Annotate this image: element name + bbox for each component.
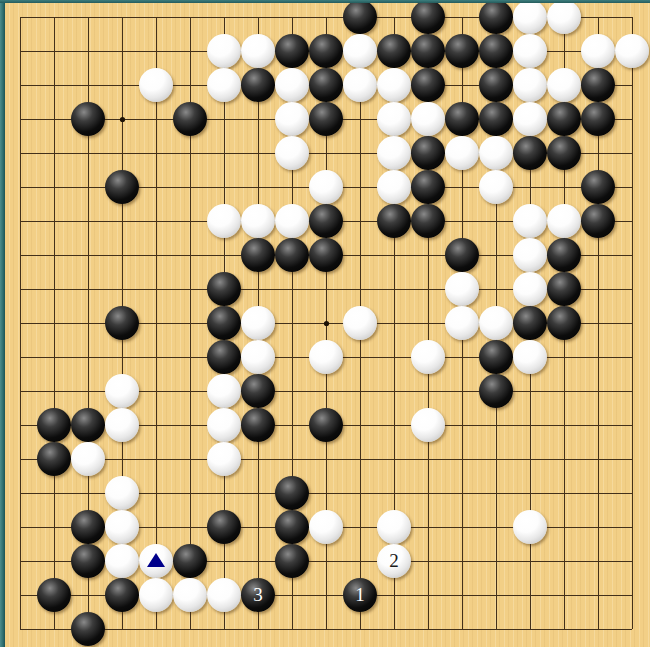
white-stone-J17[interactable] [275,68,309,102]
white-stone-H18[interactable] [241,34,275,68]
black-stone-C3[interactable] [71,544,105,578]
black-stone-N17[interactable] [411,68,445,102]
black-stone-R10[interactable] [547,306,581,340]
black-stone-N15[interactable] [411,136,445,170]
white-stone-J13[interactable] [275,204,309,238]
white-stone-R19[interactable] [547,0,581,34]
black-stone-F3[interactable] [173,544,207,578]
black-stone-C7[interactable] [71,408,105,442]
black-stone-P17[interactable] [479,68,513,102]
black-stone-M18[interactable] [377,34,411,68]
white-stone-M16[interactable] [377,102,411,136]
white-stone-O11[interactable] [445,272,479,306]
white-stone-G6[interactable] [207,442,241,476]
black-stone-M13[interactable] [377,204,411,238]
black-stone-J12[interactable] [275,238,309,272]
white-stone-Q4[interactable] [513,510,547,544]
white-stone-G18[interactable] [207,34,241,68]
black-stone-H17[interactable] [241,68,275,102]
white-stone-H9[interactable] [241,340,275,374]
black-stone-B6[interactable] [37,442,71,476]
white-stone-D8[interactable] [105,374,139,408]
board-left-edge-strip [0,0,5,647]
white-stone-L10[interactable] [343,306,377,340]
star-point-K10 [324,321,329,326]
white-stone-Q16[interactable] [513,102,547,136]
white-stone-J16[interactable] [275,102,309,136]
white-stone-E2[interactable] [139,578,173,612]
white-stone-H13[interactable] [241,204,275,238]
black-stone-G9[interactable] [207,340,241,374]
white-stone-D5[interactable] [105,476,139,510]
black-stone-R11[interactable] [547,272,581,306]
black-stone-P9[interactable] [479,340,513,374]
white-stone-D3[interactable] [105,544,139,578]
white-stone-C6[interactable] [71,442,105,476]
black-stone-G4[interactable] [207,510,241,544]
black-stone-D10[interactable] [105,306,139,340]
black-stone-N18[interactable] [411,34,445,68]
black-stone-G10[interactable] [207,306,241,340]
white-stone-M3[interactable]: 2 [377,544,411,578]
white-stone-Q19[interactable] [513,0,547,34]
black-stone-J4[interactable] [275,510,309,544]
black-stone-P16[interactable] [479,102,513,136]
black-stone-K17[interactable] [309,68,343,102]
white-stone-Q18[interactable] [513,34,547,68]
white-stone-S18[interactable] [581,34,615,68]
black-stone-S14[interactable] [581,170,615,204]
black-stone-H8[interactable] [241,374,275,408]
black-stone-O18[interactable] [445,34,479,68]
white-stone-P15[interactable] [479,136,513,170]
board-top-edge-strip [0,0,650,3]
black-stone-S17[interactable] [581,68,615,102]
black-stone-L19[interactable] [343,0,377,34]
white-stone-Q12[interactable] [513,238,547,272]
black-stone-B7[interactable] [37,408,71,442]
black-stone-N19[interactable] [411,0,445,34]
black-stone-O16[interactable] [445,102,479,136]
white-stone-F2[interactable] [173,578,207,612]
black-stone-C16[interactable] [71,102,105,136]
white-stone-M17[interactable] [377,68,411,102]
white-stone-H10[interactable] [241,306,275,340]
white-stone-M4[interactable] [377,510,411,544]
black-stone-F16[interactable] [173,102,207,136]
white-stone-N9[interactable] [411,340,445,374]
white-stone-G17[interactable] [207,68,241,102]
black-stone-J18[interactable] [275,34,309,68]
black-stone-K12[interactable] [309,238,343,272]
black-stone-O12[interactable] [445,238,479,272]
white-stone-R13[interactable] [547,204,581,238]
black-stone-P8[interactable] [479,374,513,408]
white-stone-M14[interactable] [377,170,411,204]
white-stone-J15[interactable] [275,136,309,170]
move-number-label: 2 [389,551,399,570]
white-stone-Q17[interactable] [513,68,547,102]
white-stone-G8[interactable] [207,374,241,408]
black-stone-J5[interactable] [275,476,309,510]
white-stone-E17[interactable] [139,68,173,102]
white-stone-Q13[interactable] [513,204,547,238]
white-stone-G7[interactable] [207,408,241,442]
white-stone-P14[interactable] [479,170,513,204]
black-stone-R16[interactable] [547,102,581,136]
white-stone-N7[interactable] [411,408,445,442]
white-stone-D7[interactable] [105,408,139,442]
black-stone-B2[interactable] [37,578,71,612]
black-stone-L2[interactable]: 1 [343,578,377,612]
black-stone-D2[interactable] [105,578,139,612]
black-stone-S13[interactable] [581,204,615,238]
black-stone-K7[interactable] [309,408,343,442]
black-stone-H7[interactable] [241,408,275,442]
black-stone-N14[interactable] [411,170,445,204]
white-stone-O15[interactable] [445,136,479,170]
white-stone-T18[interactable] [615,34,649,68]
white-stone-R17[interactable] [547,68,581,102]
black-stone-H12[interactable] [241,238,275,272]
triangle-marker-icon [147,553,165,567]
black-stone-G11[interactable] [207,272,241,306]
white-stone-Q9[interactable] [513,340,547,374]
black-stone-K13[interactable] [309,204,343,238]
white-stone-G2[interactable] [207,578,241,612]
black-stone-H2[interactable]: 3 [241,578,275,612]
black-stone-R12[interactable] [547,238,581,272]
white-stone-K14[interactable] [309,170,343,204]
black-stone-Q10[interactable] [513,306,547,340]
white-stone-O10[interactable] [445,306,479,340]
white-stone-K9[interactable] [309,340,343,374]
move-number-label: 3 [253,585,263,604]
go-board-screenshot: 231 [0,0,650,647]
white-stone-L17[interactable] [343,68,377,102]
black-stone-R15[interactable] [547,136,581,170]
move-number-label: 1 [355,585,365,604]
white-stone-L18[interactable] [343,34,377,68]
white-stone-K4[interactable] [309,510,343,544]
star-point-D16 [120,117,125,122]
white-stone-N16[interactable] [411,102,445,136]
black-stone-D14[interactable] [105,170,139,204]
white-stone-M15[interactable] [377,136,411,170]
black-stone-J3[interactable] [275,544,309,578]
black-stone-P18[interactable] [479,34,513,68]
white-stone-Q11[interactable] [513,272,547,306]
black-stone-C4[interactable] [71,510,105,544]
black-stone-C1[interactable] [71,612,105,646]
black-stone-Q15[interactable] [513,136,547,170]
white-stone-P10[interactable] [479,306,513,340]
black-stone-K18[interactable] [309,34,343,68]
white-stone-D4[interactable] [105,510,139,544]
white-stone-E3[interactable] [139,544,173,578]
white-stone-G13[interactable] [207,204,241,238]
black-stone-K16[interactable] [309,102,343,136]
black-stone-P19[interactable] [479,0,513,34]
black-stone-N13[interactable] [411,204,445,238]
black-stone-S16[interactable] [581,102,615,136]
